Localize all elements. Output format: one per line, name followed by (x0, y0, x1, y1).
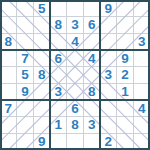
cell-r9c7[interactable]: 2 (100, 133, 117, 150)
cell-r3c5[interactable]: 4 (67, 33, 84, 50)
cell-r7c8[interactable] (117, 100, 134, 117)
given-digit: 4 (88, 52, 96, 66)
given-digit: 8 (38, 68, 46, 82)
cell-r3c2[interactable] (17, 33, 34, 50)
cell-r3c1[interactable]: 8 (0, 33, 17, 50)
cell-r4c5[interactable] (67, 50, 84, 67)
given-digit: 8 (5, 35, 13, 49)
cell-r4c1[interactable] (0, 50, 17, 67)
cell-r9c5[interactable] (67, 133, 84, 150)
cell-r2c5[interactable]: 3 (67, 17, 84, 34)
given-digit: 7 (5, 102, 13, 116)
cell-r2c4[interactable]: 8 (50, 17, 67, 34)
cell-r8c9[interactable] (133, 117, 150, 134)
given-digit: 6 (71, 102, 79, 116)
cell-r2c2[interactable] (17, 17, 34, 34)
cell-r2c1[interactable] (0, 17, 17, 34)
cell-r7c1[interactable]: 7 (0, 100, 17, 117)
cell-r5c7[interactable]: 3 (100, 67, 117, 84)
cell-r9c8[interactable] (117, 133, 134, 150)
given-digit: 2 (121, 68, 129, 82)
given-digit: 3 (105, 68, 113, 82)
given-digit: 3 (55, 85, 63, 99)
cell-r5c4[interactable] (50, 67, 67, 84)
cell-r2c7[interactable] (100, 17, 117, 34)
cell-r9c2[interactable] (17, 133, 34, 150)
given-digit: 9 (121, 52, 129, 66)
given-digit: 5 (38, 2, 46, 16)
cell-r7c7[interactable] (100, 100, 117, 117)
cell-r4c7[interactable] (100, 50, 117, 67)
cell-r6c6[interactable]: 8 (83, 83, 100, 100)
cell-r7c6[interactable] (83, 100, 100, 117)
cell-r5c9[interactable] (133, 67, 150, 84)
given-digit: 8 (88, 85, 96, 99)
cell-r4c3[interactable] (33, 50, 50, 67)
cell-r8c5[interactable]: 8 (67, 117, 84, 134)
given-digit: 9 (21, 85, 29, 99)
given-digit: 1 (121, 85, 129, 99)
cell-r7c3[interactable] (33, 100, 50, 117)
cell-r3c6[interactable] (83, 33, 100, 50)
cell-grid: 5983684376495832938176418392 (0, 0, 150, 150)
cell-r3c8[interactable] (117, 33, 134, 50)
cell-r6c9[interactable] (133, 83, 150, 100)
given-digit: 9 (105, 2, 113, 16)
cell-r6c3[interactable] (33, 83, 50, 100)
cell-r7c5[interactable]: 6 (67, 100, 84, 117)
cell-r4c8[interactable]: 9 (117, 50, 134, 67)
given-digit: 6 (88, 18, 96, 32)
cell-r1c5[interactable] (67, 0, 84, 17)
cell-r8c1[interactable] (0, 117, 17, 134)
cell-r9c9[interactable] (133, 133, 150, 150)
cell-r3c3[interactable] (33, 33, 50, 50)
cell-r5c6[interactable] (83, 67, 100, 84)
cell-r1c1[interactable] (0, 0, 17, 17)
cell-r3c9[interactable]: 3 (133, 33, 150, 50)
cell-r6c2[interactable]: 9 (17, 83, 34, 100)
given-digit: 8 (71, 118, 79, 132)
cell-r4c9[interactable] (133, 50, 150, 67)
cell-r1c8[interactable] (117, 0, 134, 17)
cell-r2c6[interactable]: 6 (83, 17, 100, 34)
cell-r1c2[interactable] (17, 0, 34, 17)
cell-r1c4[interactable] (50, 0, 67, 17)
cell-r6c4[interactable]: 3 (50, 83, 67, 100)
given-digit: 1 (55, 118, 63, 132)
cell-r4c4[interactable]: 6 (50, 50, 67, 67)
cell-r9c6[interactable] (83, 133, 100, 150)
cell-r5c5[interactable] (67, 67, 84, 84)
cell-r5c2[interactable]: 5 (17, 67, 34, 84)
cell-r8c6[interactable]: 3 (83, 117, 100, 134)
given-digit: 5 (21, 68, 29, 82)
cell-r1c9[interactable] (133, 0, 150, 17)
given-digit: 8 (55, 18, 63, 32)
cell-r5c1[interactable] (0, 67, 17, 84)
cell-r8c2[interactable] (17, 117, 34, 134)
cell-r8c8[interactable] (117, 117, 134, 134)
cell-r3c7[interactable] (100, 33, 117, 50)
given-digit: 3 (88, 118, 96, 132)
given-digit: 4 (138, 102, 146, 116)
given-digit: 9 (38, 135, 46, 149)
cell-r6c1[interactable] (0, 83, 17, 100)
cell-r5c3[interactable]: 8 (33, 67, 50, 84)
cell-r8c3[interactable] (33, 117, 50, 134)
cell-r8c4[interactable]: 1 (50, 117, 67, 134)
cell-r3c4[interactable] (50, 33, 67, 50)
cell-r9c3[interactable]: 9 (33, 133, 50, 150)
sudoku-board: 5983684376495832938176418392 (0, 0, 150, 150)
cell-r2c9[interactable] (133, 17, 150, 34)
cell-r6c5[interactable] (67, 83, 84, 100)
given-digit: 3 (71, 18, 79, 32)
cell-r8c7[interactable] (100, 117, 117, 134)
cell-r1c6[interactable] (83, 0, 100, 17)
cell-r6c7[interactable] (100, 83, 117, 100)
cell-r7c9[interactable]: 4 (133, 100, 150, 117)
given-digit: 4 (71, 35, 79, 49)
cell-r9c1[interactable] (0, 133, 17, 150)
cell-r7c2[interactable] (17, 100, 34, 117)
cell-r2c3[interactable] (33, 17, 50, 34)
cell-r5c8[interactable]: 2 (117, 67, 134, 84)
cell-r1c3[interactable]: 5 (33, 0, 50, 17)
given-digit: 6 (55, 52, 63, 66)
cell-r4c6[interactable]: 4 (83, 50, 100, 67)
cell-r6c8[interactable]: 1 (117, 83, 134, 100)
cell-r1c7[interactable]: 9 (100, 0, 117, 17)
cell-r2c8[interactable] (117, 17, 134, 34)
cell-r9c4[interactable] (50, 133, 67, 150)
given-digit: 3 (138, 35, 146, 49)
given-digit: 7 (21, 52, 29, 66)
cell-r4c2[interactable]: 7 (17, 50, 34, 67)
given-digit: 2 (105, 135, 113, 149)
cell-r7c4[interactable] (50, 100, 67, 117)
